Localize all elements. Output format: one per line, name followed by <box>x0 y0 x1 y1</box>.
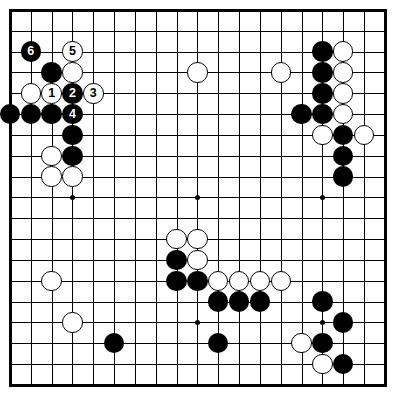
black-stone-glyph <box>312 104 332 124</box>
white-stone <box>333 62 354 83</box>
black-stone <box>229 291 250 312</box>
black-stone-glyph <box>333 354 353 374</box>
black-stone-glyph <box>62 125 82 145</box>
white-stone <box>333 83 354 104</box>
black-stone-glyph <box>312 41 332 61</box>
white-stone <box>187 250 208 271</box>
black-stone <box>312 104 333 125</box>
white-stone-glyph <box>187 62 207 82</box>
white-stone <box>229 270 250 291</box>
black-stone-glyph: 6 <box>21 41 41 61</box>
black-stone <box>62 125 83 146</box>
white-stone-glyph <box>41 166 61 186</box>
black-stone: 2 <box>62 83 83 104</box>
black-stone-glyph <box>208 333 228 353</box>
black-stone <box>41 104 62 125</box>
board-surface[interactable]: 624513 <box>0 0 395 395</box>
white-stone-glyph <box>62 166 82 186</box>
black-stone <box>312 83 333 104</box>
black-stone-glyph <box>187 271 207 291</box>
white-stone <box>291 333 312 354</box>
black-stone <box>312 62 333 83</box>
white-stone <box>62 62 83 83</box>
black-stone <box>20 104 41 125</box>
move-number-label: 1 <box>48 87 55 100</box>
white-stone: 3 <box>83 83 104 104</box>
black-stone-glyph <box>312 291 332 311</box>
black-stone-glyph <box>104 333 124 353</box>
hoshi-dot <box>320 320 325 325</box>
star-point <box>62 187 83 208</box>
white-stone <box>312 125 333 146</box>
black-stone <box>62 145 83 166</box>
white-stone-glyph <box>354 125 374 145</box>
white-stone <box>208 270 229 291</box>
move-number-label: 2 <box>69 87 76 100</box>
black-stone <box>166 270 187 291</box>
black-stone <box>208 291 229 312</box>
black-stone-glyph <box>312 62 332 82</box>
move-number-label: 4 <box>69 108 76 121</box>
black-stone <box>187 270 208 291</box>
white-stone <box>270 62 291 83</box>
black-stone-glyph <box>0 104 20 124</box>
white-stone <box>166 229 187 250</box>
hoshi-dot <box>195 320 200 325</box>
white-stone: 1 <box>41 83 62 104</box>
black-stone-glyph <box>333 166 353 186</box>
black-stone-glyph <box>291 104 311 124</box>
hoshi-dot <box>195 195 200 200</box>
black-stone <box>333 354 354 375</box>
black-stone: 6 <box>20 41 41 62</box>
white-stone-glyph <box>62 312 82 332</box>
white-stone-glyph <box>333 62 353 82</box>
white-stone-glyph: 5 <box>62 41 82 61</box>
white-stone-glyph <box>187 229 207 249</box>
black-stone <box>312 41 333 62</box>
hoshi-dot <box>320 195 325 200</box>
black-stone-glyph <box>41 104 61 124</box>
black-stone <box>333 312 354 333</box>
hoshi-dot <box>70 195 75 200</box>
black-stone-glyph <box>62 146 82 166</box>
white-stone-glyph <box>271 271 291 291</box>
white-stone <box>354 125 375 146</box>
black-stone-glyph <box>208 291 228 311</box>
black-stone <box>41 62 62 83</box>
white-stone <box>62 166 83 187</box>
black-stone <box>104 333 125 354</box>
go-diagram: 624513 <box>0 0 400 400</box>
white-stone <box>20 83 41 104</box>
black-stone-glyph: 4 <box>62 104 82 124</box>
white-stone <box>62 312 83 333</box>
black-stone <box>208 333 229 354</box>
white-stone-glyph <box>21 83 41 103</box>
black-stone <box>250 291 271 312</box>
white-stone-glyph <box>250 271 270 291</box>
white-stone <box>312 354 333 375</box>
white-stone-glyph: 3 <box>83 83 103 103</box>
black-stone-glyph <box>312 83 332 103</box>
black-stone <box>291 104 312 125</box>
move-number-label: 3 <box>90 87 97 100</box>
white-stone: 5 <box>62 41 83 62</box>
white-stone <box>250 270 271 291</box>
black-stone-glyph <box>333 125 353 145</box>
black-stone-glyph <box>166 250 186 270</box>
white-stone-glyph: 1 <box>41 83 61 103</box>
move-number-label: 5 <box>69 45 76 58</box>
white-stone-glyph <box>271 62 291 82</box>
white-stone <box>187 229 208 250</box>
black-stone-glyph <box>166 271 186 291</box>
black-stone-glyph <box>250 291 270 311</box>
white-stone-glyph <box>41 271 61 291</box>
black-stone-glyph <box>333 146 353 166</box>
black-stone-glyph: 2 <box>62 83 82 103</box>
white-stone-glyph <box>41 146 61 166</box>
black-stone-glyph <box>41 62 61 82</box>
white-stone-glyph <box>208 271 228 291</box>
white-stone-glyph <box>187 250 207 270</box>
black-stone-glyph <box>312 333 332 353</box>
black-stone <box>312 333 333 354</box>
white-stone-glyph <box>333 104 353 124</box>
black-stone <box>166 250 187 271</box>
black-stone-glyph <box>229 291 249 311</box>
black-stone <box>333 145 354 166</box>
white-stone <box>187 62 208 83</box>
white-stone-glyph <box>312 354 332 374</box>
white-stone <box>333 104 354 125</box>
white-stone-glyph <box>291 333 311 353</box>
white-stone-glyph <box>333 83 353 103</box>
white-stone <box>41 270 62 291</box>
black-stone <box>333 166 354 187</box>
black-stone-glyph <box>21 104 41 124</box>
star-point <box>187 312 208 333</box>
white-stone <box>41 166 62 187</box>
black-stone <box>312 291 333 312</box>
black-stone <box>333 125 354 146</box>
white-stone-glyph <box>166 229 186 249</box>
star-point <box>312 187 333 208</box>
black-stone-glyph <box>333 312 353 332</box>
move-number-label: 6 <box>27 45 34 58</box>
black-stone <box>0 104 20 125</box>
white-stone-glyph <box>229 271 249 291</box>
white-stone-glyph <box>62 62 82 82</box>
white-stone <box>270 270 291 291</box>
star-point <box>187 187 208 208</box>
white-stone-glyph <box>312 125 332 145</box>
white-stone <box>333 41 354 62</box>
white-stone <box>41 145 62 166</box>
black-stone: 4 <box>62 104 83 125</box>
white-stone-glyph <box>333 41 353 61</box>
star-point <box>312 312 333 333</box>
